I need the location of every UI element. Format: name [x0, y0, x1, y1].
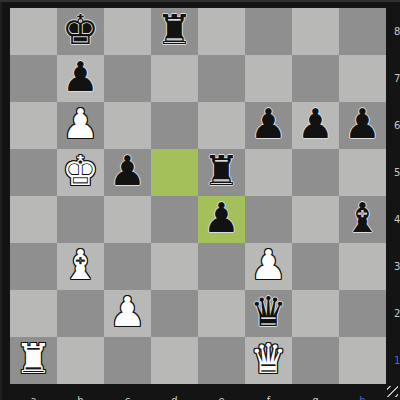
resize-grip-icon[interactable]	[387, 386, 398, 397]
file-label-g: g	[312, 396, 318, 400]
square-b4[interactable]	[57, 196, 104, 243]
square-d3[interactable]	[151, 243, 198, 290]
square-c8[interactable]	[104, 8, 151, 55]
rank-label-8: 8	[394, 27, 400, 37]
square-a5[interactable]	[10, 149, 57, 196]
black-pawn[interactable]: ♟	[109, 151, 146, 192]
square-d6[interactable]	[151, 102, 198, 149]
square-c7[interactable]	[104, 55, 151, 102]
square-d8[interactable]: ♜	[151, 8, 198, 55]
square-g2[interactable]	[292, 290, 339, 337]
white-bishop[interactable]: ♝	[62, 245, 99, 286]
square-f2[interactable]: ♛	[245, 290, 292, 337]
black-pawn[interactable]: ♟	[250, 104, 287, 145]
rank-label-7: 7	[394, 74, 400, 84]
square-a8[interactable]	[10, 8, 57, 55]
square-h3[interactable]	[339, 243, 386, 290]
file-label-b: b	[77, 396, 83, 400]
chess-board: ♚♜♟♟♟♟♟♚♟♜♟♝♝♟♟♛♜♛	[10, 8, 386, 384]
square-h8[interactable]	[339, 8, 386, 55]
rank-label-2: 2	[394, 309, 400, 319]
square-g3[interactable]	[292, 243, 339, 290]
square-b6[interactable]: ♟	[57, 102, 104, 149]
square-f4[interactable]	[245, 196, 292, 243]
square-c2[interactable]: ♟	[104, 290, 151, 337]
white-queen[interactable]: ♛	[250, 339, 287, 380]
white-pawn[interactable]: ♟	[62, 104, 99, 145]
square-c5[interactable]: ♟	[104, 149, 151, 196]
square-e7[interactable]	[198, 55, 245, 102]
black-rook[interactable]: ♜	[203, 151, 240, 192]
square-b5[interactable]: ♚	[57, 149, 104, 196]
square-c1[interactable]	[104, 337, 151, 384]
square-h5[interactable]	[339, 149, 386, 196]
rank-label-6: 6	[394, 121, 400, 131]
square-a2[interactable]	[10, 290, 57, 337]
file-label-d: d	[171, 396, 177, 400]
square-b8[interactable]: ♚	[57, 8, 104, 55]
chess-board-window: ♚♜♟♟♟♟♟♚♟♜♟♝♝♟♟♛♜♛ 87654321abcdefgh	[0, 0, 400, 400]
file-label-e: e	[218, 396, 224, 400]
square-g8[interactable]	[292, 8, 339, 55]
file-label-f: f	[267, 396, 271, 400]
square-a6[interactable]	[10, 102, 57, 149]
square-b2[interactable]	[57, 290, 104, 337]
square-f8[interactable]	[245, 8, 292, 55]
file-label-h: h	[359, 396, 365, 400]
square-h1[interactable]	[339, 337, 386, 384]
square-e4[interactable]: ♟	[198, 196, 245, 243]
rank-label-1: 1	[394, 356, 400, 366]
white-pawn[interactable]: ♟	[109, 292, 146, 333]
square-e1[interactable]	[198, 337, 245, 384]
square-g1[interactable]	[292, 337, 339, 384]
square-d2[interactable]	[151, 290, 198, 337]
square-a4[interactable]	[10, 196, 57, 243]
black-bishop[interactable]: ♝	[344, 198, 381, 239]
square-c3[interactable]	[104, 243, 151, 290]
square-g7[interactable]	[292, 55, 339, 102]
square-e5[interactable]: ♜	[198, 149, 245, 196]
file-label-c: c	[125, 396, 131, 400]
white-pawn[interactable]: ♟	[250, 245, 287, 286]
black-queen[interactable]: ♛	[250, 292, 287, 333]
square-c4[interactable]	[104, 196, 151, 243]
square-f1[interactable]: ♛	[245, 337, 292, 384]
square-a3[interactable]	[10, 243, 57, 290]
rank-label-5: 5	[394, 168, 400, 178]
square-h2[interactable]	[339, 290, 386, 337]
square-d5[interactable]	[151, 149, 198, 196]
black-pawn[interactable]: ♟	[62, 57, 99, 98]
square-f6[interactable]: ♟	[245, 102, 292, 149]
square-c6[interactable]	[104, 102, 151, 149]
black-pawn[interactable]: ♟	[344, 104, 381, 145]
square-e6[interactable]	[198, 102, 245, 149]
square-e8[interactable]	[198, 8, 245, 55]
square-f3[interactable]: ♟	[245, 243, 292, 290]
square-e3[interactable]	[198, 243, 245, 290]
square-a1[interactable]: ♜	[10, 337, 57, 384]
black-pawn[interactable]: ♟	[203, 198, 240, 239]
square-b1[interactable]	[57, 337, 104, 384]
square-g5[interactable]	[292, 149, 339, 196]
white-king[interactable]: ♚	[62, 151, 99, 192]
square-e2[interactable]	[198, 290, 245, 337]
black-king[interactable]: ♚	[62, 10, 99, 51]
square-a7[interactable]	[10, 55, 57, 102]
square-d7[interactable]	[151, 55, 198, 102]
square-g6[interactable]: ♟	[292, 102, 339, 149]
square-f7[interactable]	[245, 55, 292, 102]
square-f5[interactable]	[245, 149, 292, 196]
white-rook[interactable]: ♜	[15, 339, 52, 380]
square-b3[interactable]: ♝	[57, 243, 104, 290]
square-d1[interactable]	[151, 337, 198, 384]
rank-label-3: 3	[394, 262, 400, 272]
square-h6[interactable]: ♟	[339, 102, 386, 149]
file-label-a: a	[30, 396, 36, 400]
square-h4[interactable]: ♝	[339, 196, 386, 243]
square-b7[interactable]: ♟	[57, 55, 104, 102]
black-pawn[interactable]: ♟	[297, 104, 334, 145]
square-d4[interactable]	[151, 196, 198, 243]
rank-label-4: 4	[394, 215, 400, 225]
black-rook[interactable]: ♜	[156, 10, 193, 51]
square-h7[interactable]	[339, 55, 386, 102]
square-g4[interactable]	[292, 196, 339, 243]
